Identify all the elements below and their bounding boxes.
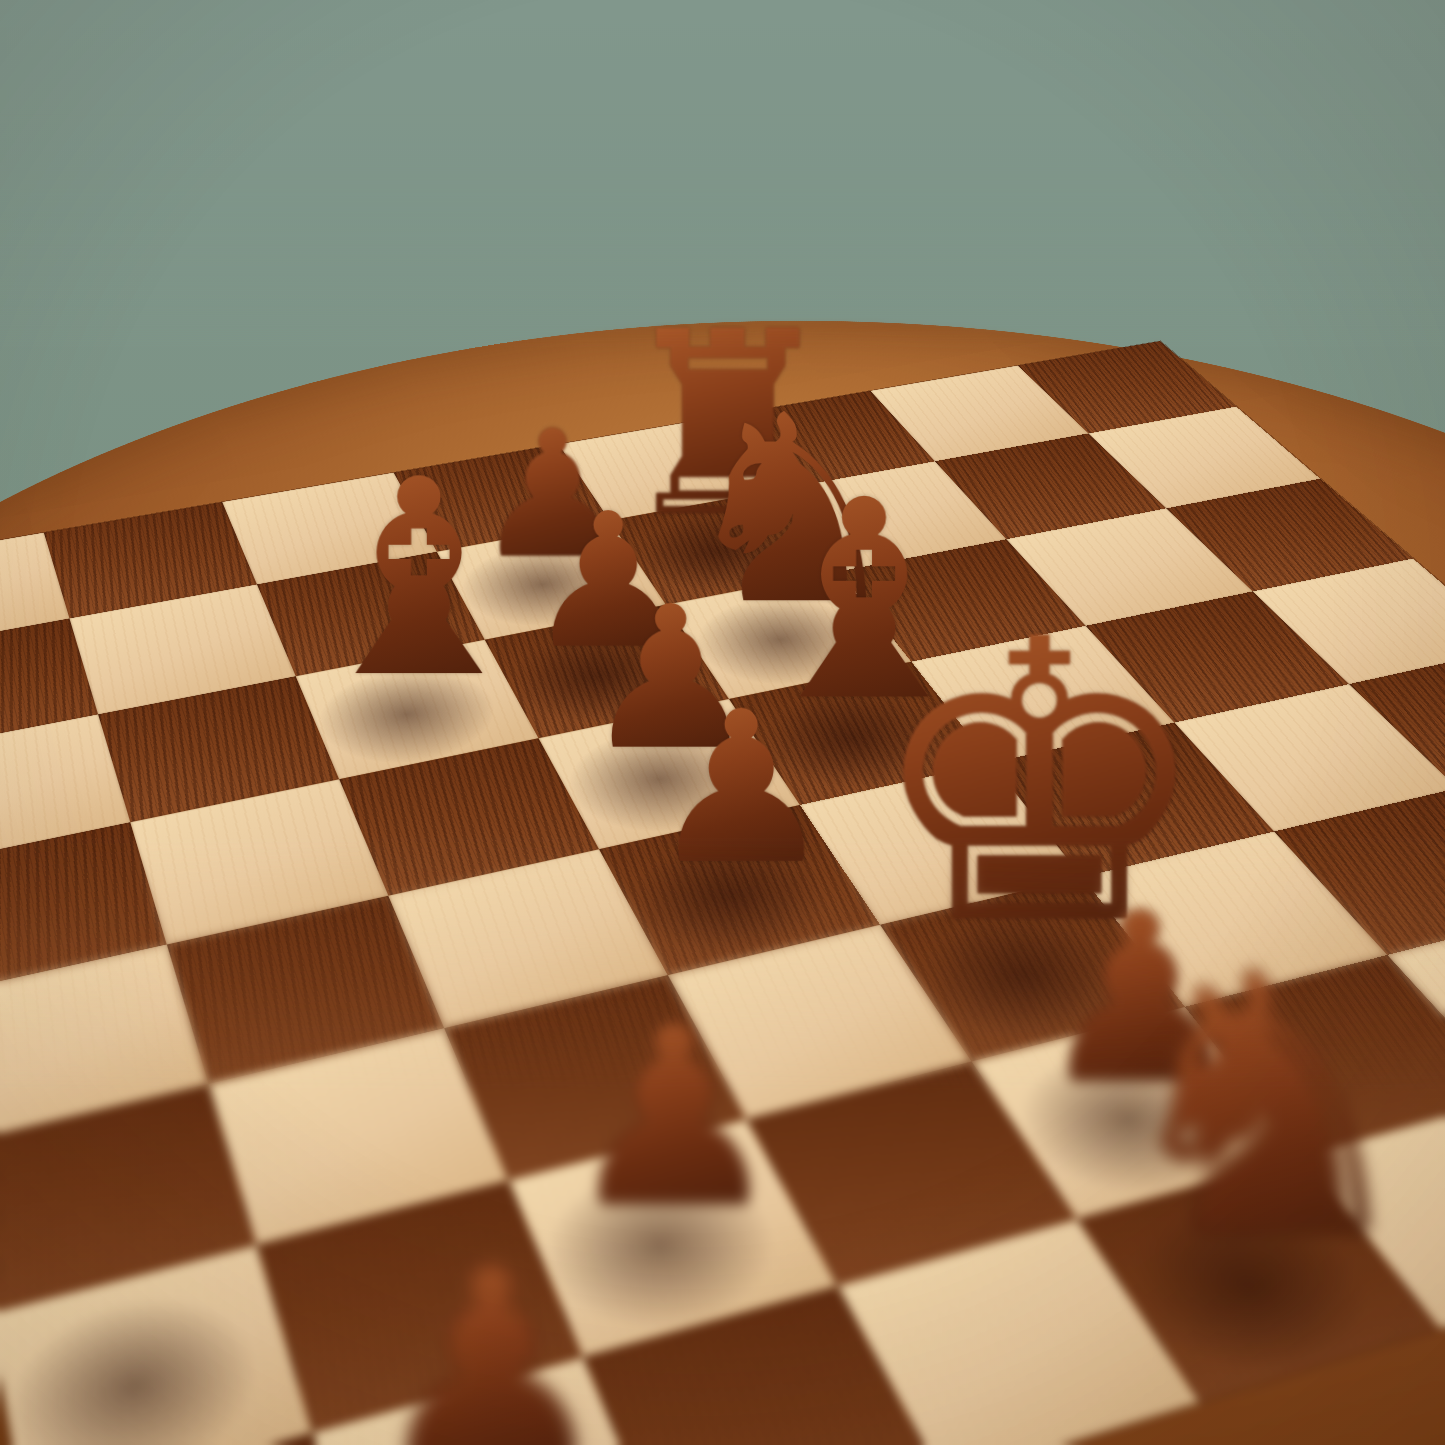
round-wooden-board: ♟♜♝♟♞♟♝♟♚♟♟♟♟♞ xyxy=(0,225,1445,1445)
photo-scene: ♟♜♝♟♞♟♝♟♚♟♟♟♟♞ xyxy=(0,0,1445,1445)
square-h8 xyxy=(1018,341,1236,433)
piece-shadow xyxy=(543,713,780,850)
piece-shadow xyxy=(489,617,711,739)
defocus-overlay-far xyxy=(0,0,1445,347)
square-b8 xyxy=(44,502,257,618)
chessboard-grid: ♟♜♝♟♞♟♝♟♚♟♟♟♟♞ xyxy=(0,341,1445,1445)
piece-shadow xyxy=(604,821,859,976)
square-b2 xyxy=(257,1180,584,1432)
square-a7 xyxy=(0,618,98,754)
square-b6 xyxy=(98,676,339,822)
piece-shadow xyxy=(299,653,519,780)
